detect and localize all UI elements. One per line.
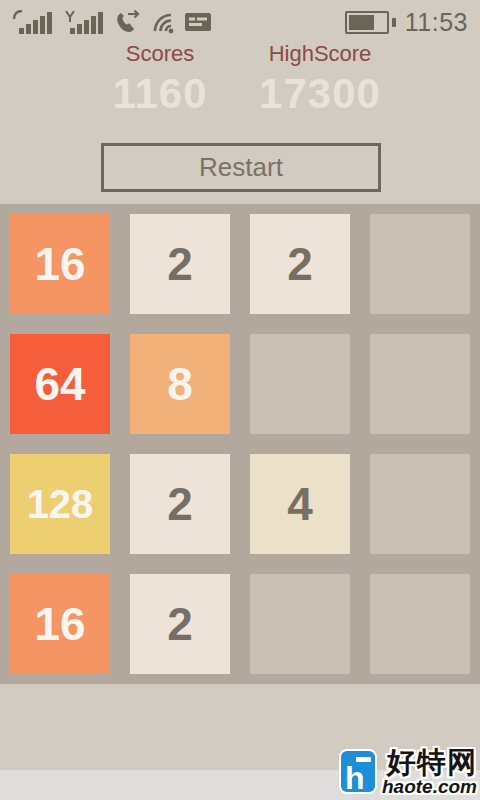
status-right: 11:53 — [345, 10, 468, 35]
watermark-text: 好特网 haote.com — [382, 747, 477, 797]
tile-2-r1c3: 2 — [250, 214, 350, 314]
highscore-column: HighScore 17300 — [240, 42, 400, 116]
status-icons — [12, 10, 212, 34]
board[interactable]: 162264812824162 — [0, 204, 480, 684]
tile-2-r1c2: 2 — [130, 214, 230, 314]
tile-16-r4c1: 16 — [10, 574, 110, 674]
restart-button[interactable]: Restart — [101, 143, 381, 192]
scores-value: 1160 — [80, 72, 240, 116]
phone-screen: 11:53 Scores 1160 HighScore 17300 Restar… — [0, 0, 480, 800]
haote-logo-bar — [356, 757, 371, 762]
tile-2-r4c2: 2 — [130, 574, 230, 674]
tile-2-r3c2: 2 — [130, 454, 230, 554]
highscore-label: HighScore — [240, 42, 400, 66]
scores-label: Scores — [80, 42, 240, 66]
cellular-signal-2-icon — [63, 10, 105, 34]
status-clock: 11:53 — [405, 10, 468, 35]
highscore-value: 17300 — [240, 72, 400, 116]
watermark-site-domain: haote.com — [382, 777, 477, 797]
site-watermark: h 好特网 haote.com — [341, 747, 477, 797]
watermark-site-name: 好特网 — [387, 747, 477, 777]
empty-cell-r1c4 — [370, 214, 470, 314]
tile-64-r2c1: 64 — [10, 334, 110, 434]
tile-8-r2c2: 8 — [130, 334, 230, 434]
tile-16-r1c1: 16 — [10, 214, 110, 314]
call-forwarding-icon — [114, 10, 141, 34]
haote-logo-icon: h — [341, 751, 375, 792]
empty-cell-r4c3 — [250, 574, 350, 674]
empty-cell-r3c4 — [370, 454, 470, 554]
battery-fill — [349, 15, 374, 30]
cellular-signal-1-icon — [12, 10, 54, 34]
empty-cell-r2c3 — [250, 334, 350, 434]
score-column: Scores 1160 — [80, 42, 240, 116]
battery-nub — [392, 18, 396, 27]
battery-icon — [345, 11, 396, 34]
empty-cell-r4c4 — [370, 574, 470, 674]
data-signal-icon — [150, 10, 175, 34]
status-bar: 11:53 — [0, 0, 480, 36]
haote-logo-letter: h — [345, 762, 365, 794]
empty-cell-r2c4 — [370, 334, 470, 434]
sim-card-icon — [184, 10, 212, 34]
tile-4-r3c3: 4 — [250, 454, 350, 554]
tile-128-r3c1: 128 — [10, 454, 110, 554]
scores-row: Scores 1160 HighScore 17300 — [80, 42, 400, 116]
